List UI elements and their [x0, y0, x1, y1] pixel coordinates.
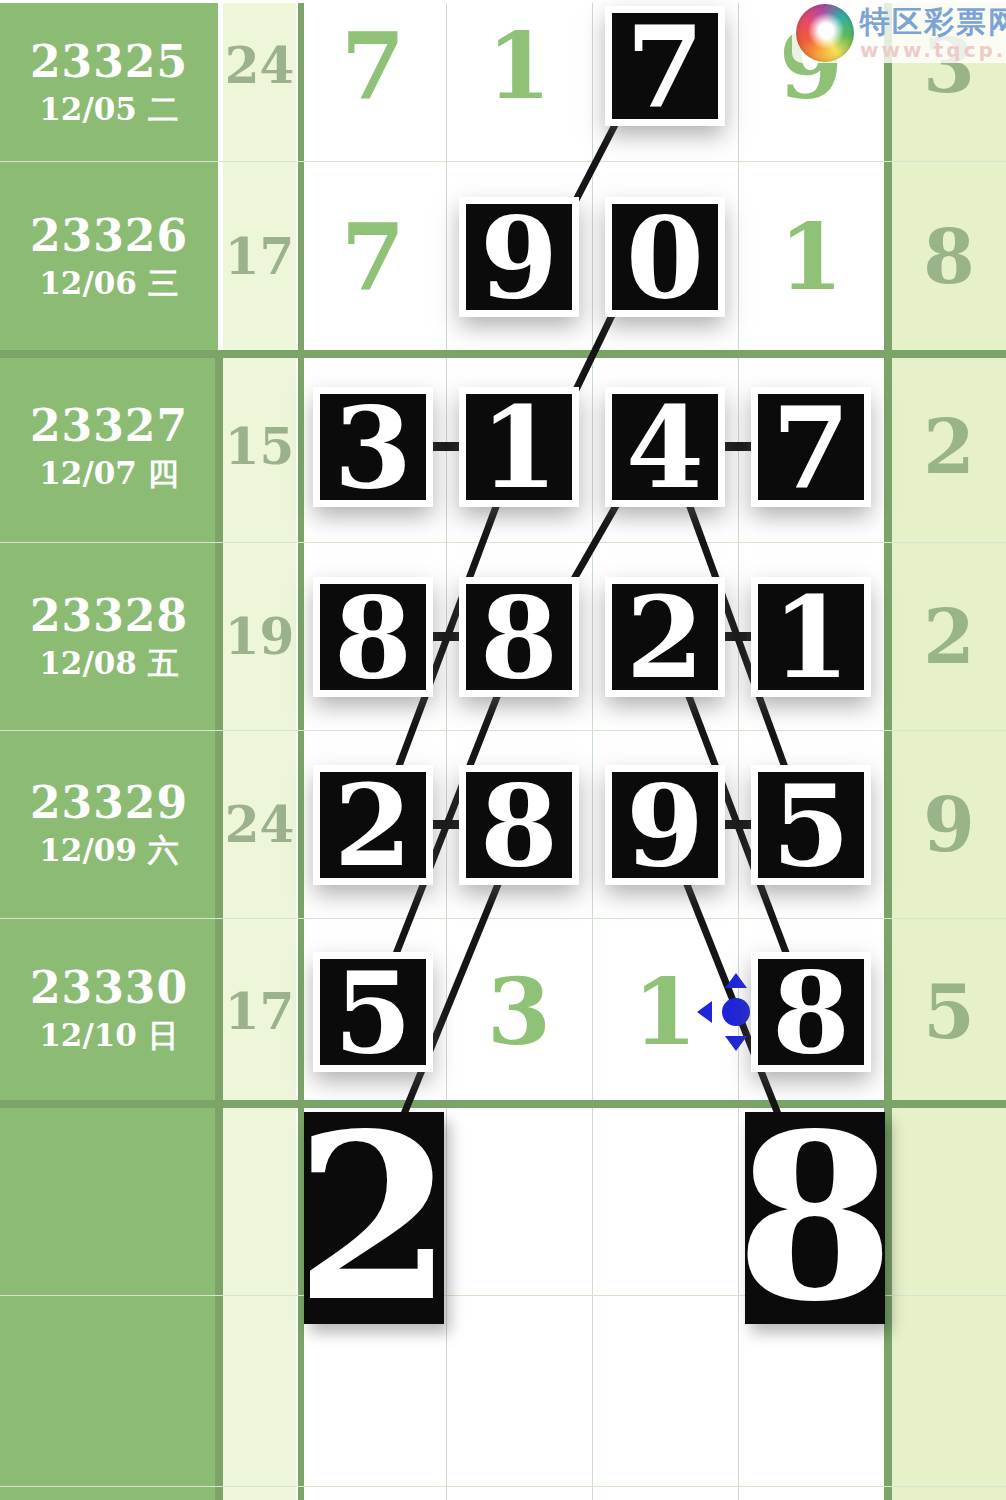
- digit-cell-r2c2-hit[interactable]: 9: [466, 204, 572, 310]
- connector-line: [573, 307, 616, 396]
- digit-cell-r3c1-hit[interactable]: 3: [320, 394, 426, 500]
- site-logo[interactable]: 特区彩票网 www.tqcp.net: [792, 2, 1006, 63]
- digit-cell-r6c2[interactable]: 3: [466, 959, 572, 1065]
- connector-line: [575, 121, 617, 202]
- digit-cell-r3c2-hit[interactable]: 1: [466, 394, 572, 500]
- digit-cell-r5c1-hit[interactable]: 2: [320, 772, 426, 878]
- digit-cell-r5c2-hit[interactable]: 8: [466, 772, 572, 878]
- marker-arrow-left-icon: [697, 1001, 712, 1023]
- digit-cell-r1c2[interactable]: 1: [466, 13, 572, 119]
- digit-cell-r4c2-hit[interactable]: 8: [466, 584, 572, 690]
- marker-arrow-down-icon: [725, 1036, 747, 1051]
- site-url: www.tqcp.net: [860, 39, 1006, 61]
- digit-cell-r1c1[interactable]: 7: [320, 13, 426, 119]
- digit-cell-r4c3-hit[interactable]: 2: [612, 584, 718, 690]
- digit-cell-r2c3-hit[interactable]: 0: [612, 204, 718, 310]
- prediction-cell-left[interactable]: 2: [304, 1112, 444, 1324]
- digit-cell-r4c4-hit[interactable]: 1: [758, 584, 864, 690]
- digit-cell-r5c3-hit[interactable]: 9: [612, 772, 718, 878]
- marker-arrow-up-icon: [725, 973, 747, 988]
- digit-cell-r5c4-hit[interactable]: 5: [758, 772, 864, 878]
- swirl-logo-icon: [796, 4, 854, 62]
- marker-dot: [722, 998, 750, 1026]
- digit-cell-r2c4[interactable]: 1: [758, 204, 864, 310]
- prediction-cell-right[interactable]: 8: [745, 1112, 885, 1324]
- digit-cell-r3c4-hit[interactable]: 7: [758, 394, 864, 500]
- lottery-trend-chart: 23325 12/05 二 23326 12/06 三 23327 12/07 …: [0, 0, 1006, 1500]
- digit-cell-r6c1-hit[interactable]: 5: [320, 959, 426, 1065]
- connector-line: [570, 504, 617, 586]
- digit-cell-r4c1-hit[interactable]: 8: [320, 584, 426, 690]
- digit-cell-r2c1[interactable]: 7: [320, 204, 426, 310]
- digit-cell-r6c4-hit[interactable]: 8: [758, 959, 864, 1065]
- digit-cell-r3c3-hit[interactable]: 4: [612, 394, 718, 500]
- digit-cell-r1c3-hit[interactable]: 7: [612, 13, 718, 119]
- site-name: 特区彩票网: [860, 5, 1006, 39]
